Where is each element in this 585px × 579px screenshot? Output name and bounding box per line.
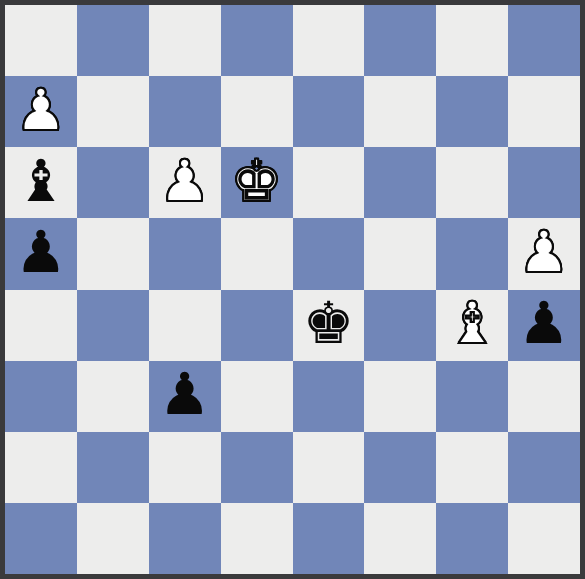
square-b1[interactable]	[77, 503, 149, 574]
square-d1[interactable]	[221, 503, 293, 574]
square-d8[interactable]	[221, 5, 293, 76]
square-c5[interactable]	[149, 218, 221, 289]
square-a8[interactable]	[5, 5, 77, 76]
square-b2[interactable]	[77, 432, 149, 503]
square-e4[interactable]: ♚	[293, 290, 365, 361]
white-bishop-icon[interactable]: ♝	[446, 294, 498, 352]
square-e1[interactable]	[293, 503, 365, 574]
square-h7[interactable]	[508, 76, 580, 147]
black-pawn-icon[interactable]: ♟	[518, 294, 570, 352]
square-c8[interactable]	[149, 5, 221, 76]
square-a3[interactable]	[5, 361, 77, 432]
square-e2[interactable]	[293, 432, 365, 503]
black-pawn-icon[interactable]: ♟	[15, 223, 67, 281]
square-h5[interactable]: ♟	[508, 218, 580, 289]
white-king-icon[interactable]: ♚	[231, 152, 283, 210]
square-h6[interactable]	[508, 147, 580, 218]
square-c6[interactable]: ♟	[149, 147, 221, 218]
square-g8[interactable]	[436, 5, 508, 76]
square-a4[interactable]	[5, 290, 77, 361]
black-king-icon[interactable]: ♚	[302, 294, 354, 352]
square-f8[interactable]	[364, 5, 436, 76]
square-f1[interactable]	[364, 503, 436, 574]
square-e3[interactable]	[293, 361, 365, 432]
white-pawn-icon[interactable]: ♟	[15, 81, 67, 139]
square-h4[interactable]: ♟	[508, 290, 580, 361]
square-d6[interactable]: ♚	[221, 147, 293, 218]
square-d2[interactable]	[221, 432, 293, 503]
square-a5[interactable]: ♟	[5, 218, 77, 289]
square-g6[interactable]	[436, 147, 508, 218]
square-g1[interactable]	[436, 503, 508, 574]
square-e6[interactable]	[293, 147, 365, 218]
square-g3[interactable]	[436, 361, 508, 432]
chess-board-frame: ♟♝♟♚♟♟♚♝♟♟	[0, 0, 585, 579]
square-e7[interactable]	[293, 76, 365, 147]
square-h2[interactable]	[508, 432, 580, 503]
square-d4[interactable]	[221, 290, 293, 361]
square-g2[interactable]	[436, 432, 508, 503]
square-f6[interactable]	[364, 147, 436, 218]
square-f7[interactable]	[364, 76, 436, 147]
square-f3[interactable]	[364, 361, 436, 432]
square-h8[interactable]	[508, 5, 580, 76]
square-f4[interactable]	[364, 290, 436, 361]
square-c4[interactable]	[149, 290, 221, 361]
chess-board: ♟♝♟♚♟♟♚♝♟♟	[5, 5, 580, 574]
square-d5[interactable]	[221, 218, 293, 289]
square-b7[interactable]	[77, 76, 149, 147]
square-b5[interactable]	[77, 218, 149, 289]
square-e5[interactable]	[293, 218, 365, 289]
square-g7[interactable]	[436, 76, 508, 147]
square-a6[interactable]: ♝	[5, 147, 77, 218]
black-bishop-icon[interactable]: ♝	[15, 152, 67, 210]
white-pawn-icon[interactable]: ♟	[518, 223, 570, 281]
square-c7[interactable]	[149, 76, 221, 147]
square-b8[interactable]	[77, 5, 149, 76]
square-c2[interactable]	[149, 432, 221, 503]
square-c1[interactable]	[149, 503, 221, 574]
square-a1[interactable]	[5, 503, 77, 574]
square-d7[interactable]	[221, 76, 293, 147]
square-b4[interactable]	[77, 290, 149, 361]
square-h1[interactable]	[508, 503, 580, 574]
square-f2[interactable]	[364, 432, 436, 503]
square-b6[interactable]	[77, 147, 149, 218]
square-a7[interactable]: ♟	[5, 76, 77, 147]
square-h3[interactable]	[508, 361, 580, 432]
square-f5[interactable]	[364, 218, 436, 289]
square-d3[interactable]	[221, 361, 293, 432]
square-e8[interactable]	[293, 5, 365, 76]
square-g5[interactable]	[436, 218, 508, 289]
square-a2[interactable]	[5, 432, 77, 503]
square-c3[interactable]: ♟	[149, 361, 221, 432]
white-pawn-icon[interactable]: ♟	[159, 152, 211, 210]
square-g4[interactable]: ♝	[436, 290, 508, 361]
square-b3[interactable]	[77, 361, 149, 432]
black-pawn-icon[interactable]: ♟	[159, 365, 211, 423]
